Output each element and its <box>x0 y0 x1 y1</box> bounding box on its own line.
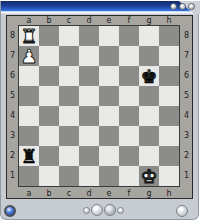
blue-knob-button[interactable] <box>4 205 16 217</box>
square-a3[interactable] <box>19 126 39 146</box>
square-d3[interactable] <box>79 126 99 146</box>
square-f5[interactable] <box>119 86 139 106</box>
file-label-top-e: e <box>99 16 119 25</box>
square-d2[interactable] <box>79 146 99 166</box>
square-b1[interactable] <box>39 166 59 186</box>
square-c3[interactable] <box>59 126 79 146</box>
titlebar[interactable] <box>1 1 200 14</box>
white-rook-a8[interactable]: ♜ <box>19 26 39 46</box>
file-label-bottom-d: d <box>79 189 99 198</box>
square-b2[interactable] <box>39 146 59 166</box>
chess-app-window: abcdefgh abcdefgh 87654321 87654321 ♜♟♚♜… <box>0 0 200 220</box>
square-h1[interactable] <box>159 166 179 186</box>
rank-label-right-2: 2 <box>181 146 192 166</box>
square-h6[interactable] <box>159 66 179 86</box>
file-label-top-b: b <box>39 16 59 25</box>
square-e3[interactable] <box>99 126 119 146</box>
square-e8[interactable] <box>99 26 119 46</box>
file-label-top-a: a <box>19 16 39 25</box>
square-a6[interactable] <box>19 66 39 86</box>
nav-small-left-button[interactable] <box>83 207 90 214</box>
file-label-bottom-h: h <box>159 189 179 198</box>
square-h5[interactable] <box>159 86 179 106</box>
gray-knob-button[interactable] <box>176 205 188 217</box>
square-g8[interactable] <box>139 26 159 46</box>
file-label-bottom-c: c <box>59 189 79 198</box>
window-chrome: abcdefgh abcdefgh 87654321 87654321 ♜♟♚♜… <box>0 1 199 220</box>
rank-label-right-3: 3 <box>181 126 192 146</box>
square-f6[interactable] <box>119 66 139 86</box>
rank-label-left-1: 1 <box>7 166 18 186</box>
file-label-top-f: f <box>119 16 139 25</box>
window-control-3-icon[interactable] <box>188 3 195 10</box>
file-label-top-c: c <box>59 16 79 25</box>
square-c6[interactable] <box>59 66 79 86</box>
rank-label-left-4: 4 <box>7 106 18 126</box>
rank-label-right-5: 5 <box>181 86 192 106</box>
white-king-g1[interactable]: ♚ <box>139 166 159 186</box>
square-a2[interactable]: ♜ <box>19 146 39 166</box>
square-g1[interactable]: ♚ <box>139 166 159 186</box>
file-label-bottom-b: b <box>39 189 59 198</box>
file-label-bottom-g: g <box>139 189 159 198</box>
board-frame: abcdefgh abcdefgh 87654321 87654321 ♜♟♚♜… <box>6 15 193 199</box>
file-label-top-h: h <box>159 16 179 25</box>
square-c8[interactable] <box>59 26 79 46</box>
nav-large-right-button[interactable] <box>104 204 116 216</box>
square-d7[interactable] <box>79 46 99 66</box>
rank-label-left-6: 6 <box>7 66 18 86</box>
square-b8[interactable] <box>39 26 59 46</box>
nav-large-left-button[interactable] <box>91 204 103 216</box>
square-a7[interactable]: ♟ <box>19 46 39 66</box>
rank-label-right-8: 8 <box>181 26 192 46</box>
rank-label-right-1: 1 <box>181 166 192 186</box>
square-c7[interactable] <box>59 46 79 66</box>
square-f2[interactable] <box>119 146 139 166</box>
square-h2[interactable] <box>159 146 179 166</box>
square-b7[interactable] <box>39 46 59 66</box>
file-label-top-g: g <box>139 16 159 25</box>
rank-label-right-7: 7 <box>181 46 192 66</box>
square-g2[interactable] <box>139 146 159 166</box>
rank-label-left-8: 8 <box>7 26 18 46</box>
square-h4[interactable] <box>159 106 179 126</box>
square-g4[interactable] <box>139 106 159 126</box>
rank-label-left-7: 7 <box>7 46 18 66</box>
square-e4[interactable] <box>99 106 119 126</box>
square-b6[interactable] <box>39 66 59 86</box>
square-a8[interactable]: ♜ <box>19 26 39 46</box>
square-c2[interactable] <box>59 146 79 166</box>
square-d1[interactable] <box>79 166 99 186</box>
rank-label-left-5: 5 <box>7 86 18 106</box>
square-f3[interactable] <box>119 126 139 146</box>
square-a5[interactable] <box>19 86 39 106</box>
square-a1[interactable] <box>19 166 39 186</box>
square-d8[interactable] <box>79 26 99 46</box>
square-a4[interactable] <box>19 106 39 126</box>
window-control-1-icon[interactable] <box>170 3 177 10</box>
nav-small-right-button[interactable] <box>117 207 124 214</box>
black-rook-a2[interactable]: ♜ <box>19 146 39 166</box>
file-label-bottom-f: f <box>119 189 139 198</box>
square-f7[interactable] <box>119 46 139 66</box>
square-g3[interactable] <box>139 126 159 146</box>
square-b3[interactable] <box>39 126 59 146</box>
square-c1[interactable] <box>59 166 79 186</box>
square-h8[interactable] <box>159 26 179 46</box>
file-label-bottom-a: a <box>19 189 39 198</box>
square-c5[interactable] <box>59 86 79 106</box>
square-e1[interactable] <box>99 166 119 186</box>
square-g5[interactable] <box>139 86 159 106</box>
rank-label-right-6: 6 <box>181 66 192 86</box>
square-d6[interactable] <box>79 66 99 86</box>
square-f1[interactable] <box>119 166 139 186</box>
rank-label-left-2: 2 <box>7 146 18 166</box>
square-c4[interactable] <box>59 106 79 126</box>
square-d4[interactable] <box>79 106 99 126</box>
square-f4[interactable] <box>119 106 139 126</box>
file-label-top-d: d <box>79 16 99 25</box>
file-label-bottom-e: e <box>99 189 119 198</box>
square-b5[interactable] <box>39 86 59 106</box>
square-e7[interactable] <box>99 46 119 66</box>
rank-label-left-3: 3 <box>7 126 18 146</box>
chess-board: ♜♟♚♜♚ <box>18 25 180 187</box>
square-d5[interactable] <box>79 86 99 106</box>
window-control-2-icon[interactable] <box>179 3 186 10</box>
square-g7[interactable] <box>139 46 159 66</box>
white-pawn-a7[interactable]: ♟ <box>19 46 39 66</box>
square-h7[interactable] <box>159 46 179 66</box>
square-h3[interactable] <box>159 126 179 146</box>
square-e5[interactable] <box>99 86 119 106</box>
square-e2[interactable] <box>99 146 119 166</box>
square-e6[interactable] <box>99 66 119 86</box>
black-king-g6[interactable]: ♚ <box>139 66 159 86</box>
square-f8[interactable] <box>119 26 139 46</box>
rank-label-right-4: 4 <box>181 106 192 126</box>
square-b4[interactable] <box>39 106 59 126</box>
titlebar-blue-bar <box>1 1 196 14</box>
square-g6[interactable]: ♚ <box>139 66 159 86</box>
